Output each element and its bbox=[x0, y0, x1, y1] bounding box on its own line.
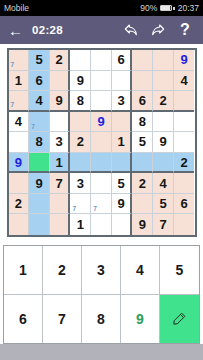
cell-r6c1[interactable]: 9 bbox=[9, 153, 30, 174]
given-digit: 3 bbox=[56, 135, 63, 148]
given-digit: 5 bbox=[35, 53, 42, 66]
cell-r9c3[interactable] bbox=[50, 214, 71, 235]
cell-r6c8[interactable] bbox=[153, 153, 174, 174]
given-digit: 7 bbox=[56, 177, 63, 190]
given-digit: 6 bbox=[181, 197, 188, 210]
battery-percent: 90% bbox=[140, 3, 157, 13]
cell-r7c9[interactable] bbox=[174, 173, 195, 194]
status-clock: 20:37 bbox=[178, 3, 199, 13]
pencil-marks: 7 bbox=[11, 102, 15, 109]
keypad-9[interactable]: 9 bbox=[121, 295, 160, 344]
undo-icon bbox=[123, 22, 139, 38]
pencil-icon bbox=[172, 311, 187, 326]
keypad-1[interactable]: 1 bbox=[4, 246, 43, 295]
cell-r6c5[interactable] bbox=[91, 153, 112, 174]
given-digit: 1 bbox=[56, 156, 63, 169]
cell-r2c8[interactable] bbox=[153, 71, 174, 92]
cell-r6c2[interactable] bbox=[29, 153, 50, 174]
cell-r4c5[interactable]: 9 bbox=[91, 112, 112, 133]
given-digit: 2 bbox=[77, 135, 84, 148]
pencil-marks: 7 bbox=[11, 62, 15, 69]
cell-r8c9[interactable]: 6 bbox=[174, 194, 195, 215]
app-toolbar: ← 02:28 ? bbox=[0, 16, 203, 44]
cell-r1c3[interactable]: 2 bbox=[50, 50, 71, 71]
cell-r7c8[interactable]: 4 bbox=[153, 173, 174, 194]
cell-r8c1[interactable]: 2 bbox=[9, 194, 30, 215]
cell-r5c2[interactable]: 8 bbox=[29, 132, 50, 153]
given-digit: 5 bbox=[159, 197, 166, 210]
cell-r1c8[interactable] bbox=[153, 50, 174, 71]
cell-r9c4[interactable]: 1 bbox=[70, 214, 91, 235]
undo-button[interactable] bbox=[121, 19, 141, 41]
pencil-marks: 7 bbox=[93, 206, 97, 213]
cell-r8c2[interactable] bbox=[29, 194, 50, 215]
cell-r9c5[interactable] bbox=[91, 214, 112, 235]
redo-icon bbox=[150, 22, 166, 38]
cell-r9c7[interactable]: 9 bbox=[132, 214, 153, 235]
help-button[interactable]: ? bbox=[175, 19, 195, 41]
sudoku-board: 7526916947498362479883215991297352427795… bbox=[7, 48, 197, 237]
keypad-2[interactable]: 2 bbox=[43, 246, 82, 295]
cell-r2c4[interactable]: 9 bbox=[70, 71, 91, 92]
given-digit: 4 bbox=[159, 177, 166, 190]
cell-r7c5[interactable] bbox=[91, 173, 112, 194]
cell-r8c3[interactable] bbox=[50, 194, 71, 215]
battery-icon bbox=[160, 5, 175, 11]
cell-r2c7[interactable] bbox=[132, 71, 153, 92]
game-timer: 02:28 bbox=[32, 24, 63, 36]
cell-r3c8[interactable]: 2 bbox=[153, 91, 174, 112]
cell-r6c3[interactable]: 1 bbox=[50, 153, 71, 174]
cell-r3c4[interactable]: 8 bbox=[70, 91, 91, 112]
cell-r4c6[interactable] bbox=[112, 112, 133, 133]
cell-r5c4[interactable]: 2 bbox=[70, 132, 91, 153]
cell-r3c9[interactable] bbox=[174, 91, 195, 112]
cell-r2c1[interactable]: 1 bbox=[9, 71, 30, 92]
keypad-6[interactable]: 6 bbox=[4, 295, 43, 344]
cell-r5c9[interactable] bbox=[174, 132, 195, 153]
given-digit: 5 bbox=[139, 135, 146, 148]
cell-r2c6[interactable] bbox=[112, 71, 133, 92]
cell-r7c1[interactable] bbox=[9, 173, 30, 194]
keypad-5[interactable]: 5 bbox=[160, 246, 199, 295]
given-digit: 6 bbox=[118, 53, 125, 66]
cell-r5c7[interactable]: 5 bbox=[132, 132, 153, 153]
cell-r9c2[interactable] bbox=[29, 214, 50, 235]
keypad-3[interactable]: 3 bbox=[82, 246, 121, 295]
given-digit: 2 bbox=[139, 177, 146, 190]
given-digit: 2 bbox=[56, 53, 63, 66]
cell-r3c1[interactable]: 7 bbox=[9, 91, 30, 112]
bottom-strip bbox=[0, 344, 203, 360]
cell-r5c6[interactable]: 1 bbox=[112, 132, 133, 153]
cell-r7c6[interactable]: 5 bbox=[112, 173, 133, 194]
cell-r9c1[interactable] bbox=[9, 214, 30, 235]
cell-r1c9[interactable]: 9 bbox=[174, 50, 195, 71]
cell-r5c8[interactable]: 9 bbox=[153, 132, 174, 153]
cell-r7c4[interactable]: 3 bbox=[70, 173, 91, 194]
given-digit: 8 bbox=[35, 135, 42, 148]
pencil-marks: 7 bbox=[31, 124, 35, 131]
cell-r8c8[interactable]: 5 bbox=[153, 194, 174, 215]
entered-digit: 9 bbox=[181, 53, 188, 66]
cell-r9c8[interactable]: 7 bbox=[153, 214, 174, 235]
given-digit: 7 bbox=[159, 218, 166, 231]
pencil-marks: 7 bbox=[72, 206, 76, 213]
cell-r3c3[interactable]: 9 bbox=[50, 91, 71, 112]
cell-r4c7[interactable]: 8 bbox=[132, 112, 153, 133]
given-digit: 4 bbox=[35, 94, 42, 107]
entered-digit: 9 bbox=[97, 115, 104, 128]
given-digit: 8 bbox=[139, 115, 146, 128]
cell-r7c3[interactable]: 7 bbox=[50, 173, 71, 194]
cell-r1c2[interactable]: 5 bbox=[29, 50, 50, 71]
redo-button[interactable] bbox=[148, 19, 168, 41]
cell-r5c5[interactable] bbox=[91, 132, 112, 153]
cell-r9c9[interactable] bbox=[174, 214, 195, 235]
pencil-button[interactable] bbox=[160, 295, 199, 344]
cell-r6c4[interactable] bbox=[70, 153, 91, 174]
cell-r2c5[interactable] bbox=[91, 71, 112, 92]
given-digit: 9 bbox=[118, 197, 125, 210]
cell-r8c6[interactable]: 9 bbox=[112, 194, 133, 215]
keypad-8[interactable]: 8 bbox=[82, 295, 121, 344]
cell-r4c1[interactable]: 4 bbox=[9, 112, 30, 133]
cell-r8c7[interactable] bbox=[132, 194, 153, 215]
cell-r2c2[interactable]: 6 bbox=[29, 71, 50, 92]
cell-r5c1[interactable] bbox=[9, 132, 30, 153]
given-digit: 9 bbox=[77, 74, 84, 87]
cell-r6c6[interactable] bbox=[112, 153, 133, 174]
carrier-label: Mobile bbox=[4, 3, 29, 13]
given-digit: 4 bbox=[181, 74, 188, 87]
given-digit: 9 bbox=[139, 218, 146, 231]
given-digit: 9 bbox=[35, 177, 42, 190]
cell-r6c9[interactable]: 2 bbox=[174, 153, 195, 174]
cell-r4c3[interactable] bbox=[50, 112, 71, 133]
keypad-4[interactable]: 4 bbox=[121, 246, 160, 295]
cell-r1c6[interactable]: 6 bbox=[112, 50, 133, 71]
given-digit: 5 bbox=[118, 177, 125, 190]
cell-r8c4[interactable]: 7 bbox=[70, 194, 91, 215]
cell-r5c3[interactable]: 3 bbox=[50, 132, 71, 153]
given-digit: 1 bbox=[77, 218, 84, 231]
cell-r9c6[interactable] bbox=[112, 214, 133, 235]
entered-digit: 9 bbox=[15, 156, 22, 169]
cell-r4c8[interactable] bbox=[153, 112, 174, 133]
given-digit: 8 bbox=[77, 94, 84, 107]
number-pad: 123456789 bbox=[3, 245, 200, 344]
status-bar: Mobile 90% 20:37 bbox=[0, 0, 203, 16]
cell-r4c9[interactable] bbox=[174, 112, 195, 133]
given-digit: 6 bbox=[139, 94, 146, 107]
cell-r3c2[interactable]: 4 bbox=[29, 91, 50, 112]
cell-r4c2[interactable]: 7 bbox=[29, 112, 50, 133]
given-digit: 2 bbox=[15, 197, 22, 210]
given-digit: 1 bbox=[15, 74, 22, 87]
given-digit: 4 bbox=[15, 115, 22, 128]
cell-r6c7[interactable] bbox=[132, 153, 153, 174]
back-button[interactable]: ← bbox=[8, 23, 23, 38]
given-digit: 2 bbox=[181, 156, 188, 169]
cell-r1c5[interactable] bbox=[91, 50, 112, 71]
given-digit: 1 bbox=[118, 135, 125, 148]
cell-r7c7[interactable]: 2 bbox=[132, 173, 153, 194]
given-digit: 2 bbox=[159, 94, 166, 107]
cell-r2c9[interactable]: 4 bbox=[174, 71, 195, 92]
cell-r1c4[interactable] bbox=[70, 50, 91, 71]
cell-r7c2[interactable]: 9 bbox=[29, 173, 50, 194]
cell-r1c1[interactable]: 7 bbox=[9, 50, 30, 71]
given-digit: 3 bbox=[118, 94, 125, 107]
cell-r3c7[interactable]: 6 bbox=[132, 91, 153, 112]
cell-r2c3[interactable] bbox=[50, 71, 71, 92]
given-digit: 9 bbox=[159, 135, 166, 148]
given-digit: 9 bbox=[56, 94, 63, 107]
given-digit: 3 bbox=[77, 177, 84, 190]
cell-r3c6[interactable]: 3 bbox=[112, 91, 133, 112]
cell-r3c5[interactable] bbox=[91, 91, 112, 112]
cell-r4c4[interactable] bbox=[70, 112, 91, 133]
cell-r1c7[interactable] bbox=[132, 50, 153, 71]
keypad-7[interactable]: 7 bbox=[43, 295, 82, 344]
cell-r8c5[interactable]: 7 bbox=[91, 194, 112, 215]
given-digit: 6 bbox=[35, 74, 42, 87]
